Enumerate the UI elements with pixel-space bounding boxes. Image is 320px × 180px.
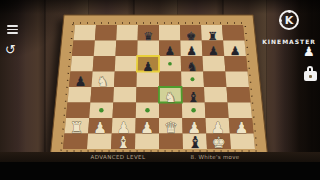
black-rook-g8[interactable]: ♜	[207, 30, 217, 43]
white-king-g1[interactable]: ♚	[212, 133, 226, 152]
square-a7[interactable]	[72, 41, 95, 57]
white-queen-e2[interactable]: ♛	[164, 119, 178, 137]
black-pawn-a5[interactable]: ♟	[74, 74, 86, 89]
app-screen: ♛♚♜♟♟♟♟♟♞♟♝♝♞♞♜♟♟♟♛♟♟♟♝♚ ↺ K KINEMASTER …	[0, 0, 320, 180]
square-g6[interactable]	[203, 56, 226, 72]
black-king-f8[interactable]: ♚	[186, 30, 196, 43]
move-dot-f5[interactable]	[190, 77, 194, 81]
square-g5[interactable]	[203, 72, 226, 88]
black-bishop-f4[interactable]: ♝	[187, 89, 199, 105]
white-knight-e4[interactable]: ♞	[164, 89, 176, 105]
square-d5[interactable]	[137, 72, 160, 88]
black-pawn-f7[interactable]: ♟	[186, 44, 197, 58]
move-indicator-label: 8. White's move	[160, 154, 270, 160]
square-b7[interactable]	[94, 41, 117, 57]
square-b8[interactable]	[95, 25, 117, 41]
black-pawn-g7[interactable]: ♟	[208, 44, 219, 58]
move-dot-b3[interactable]	[99, 108, 104, 113]
black-pawn-d6[interactable]: ♟	[142, 59, 153, 74]
square-c4[interactable]	[113, 87, 136, 103]
undo-icon[interactable]: ↺	[5, 42, 16, 57]
pawn-player-icon[interactable]: ♟	[303, 44, 315, 59]
square-h5[interactable]	[225, 72, 249, 88]
black-pawn-e7[interactable]: ♟	[165, 44, 176, 58]
black-pawn-h7[interactable]: ♟	[230, 44, 241, 58]
square-h8[interactable]	[222, 25, 245, 41]
square-c8[interactable]	[116, 25, 138, 41]
square-c3[interactable]	[113, 103, 137, 119]
bottom-black-bar	[0, 162, 320, 180]
white-rook-a2[interactable]: ♜	[70, 119, 84, 137]
black-knight-f6[interactable]: ♞	[187, 59, 198, 74]
lock-icon[interactable]	[304, 66, 317, 82]
square-g3[interactable]	[205, 103, 229, 119]
white-pawn-h2[interactable]: ♟	[235, 119, 249, 137]
logo-dot	[288, 10, 291, 13]
square-b4[interactable]	[90, 87, 114, 103]
white-pawn-d2[interactable]: ♟	[140, 119, 154, 137]
square-a8[interactable]	[74, 25, 97, 41]
square-h3[interactable]	[228, 103, 252, 119]
square-c5[interactable]	[114, 72, 137, 88]
square-e8[interactable]	[159, 25, 180, 41]
square-d4[interactable]	[136, 87, 159, 103]
kinemaster-logo-letter: K	[281, 14, 297, 27]
kinemaster-logo-icon: K	[279, 10, 299, 30]
square-a3[interactable]	[66, 103, 90, 119]
square-c7[interactable]	[116, 41, 138, 57]
square-c6[interactable]	[115, 56, 138, 72]
move-dot-f3[interactable]	[191, 108, 196, 113]
white-bishop-c1[interactable]: ♝	[116, 133, 130, 152]
white-pawn-b2[interactable]: ♟	[93, 119, 107, 137]
menu-icon[interactable]	[7, 25, 18, 34]
square-d7[interactable]	[137, 41, 159, 57]
square-e3[interactable]	[159, 103, 182, 119]
square-b6[interactable]	[93, 56, 116, 72]
square-e5[interactable]	[159, 72, 182, 88]
square-a4[interactable]	[68, 87, 92, 103]
lock-keyhole	[309, 75, 312, 79]
square-g4[interactable]	[204, 87, 228, 103]
move-dot-e6[interactable]	[168, 62, 172, 66]
square-a6[interactable]	[71, 56, 94, 72]
white-pawn-f2[interactable]: ♟	[187, 119, 201, 137]
square-h6[interactable]	[224, 56, 247, 72]
square-h4[interactable]	[227, 87, 251, 103]
move-dot-d3[interactable]	[145, 108, 150, 113]
logo-dot	[279, 19, 282, 22]
white-knight-b5[interactable]: ♞	[97, 74, 109, 89]
black-queen-d8[interactable]: ♛	[143, 30, 153, 43]
